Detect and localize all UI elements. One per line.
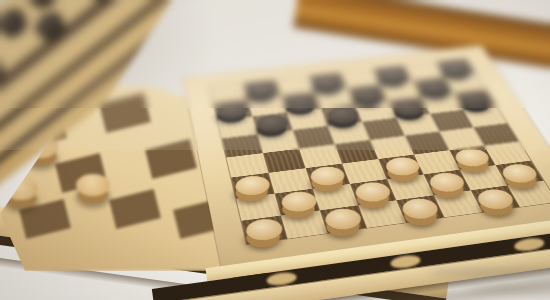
piece-glyph: ⛂	[426, 82, 442, 91]
dark-piece-a7[interactable]: ⛂	[216, 102, 250, 118]
light-piece-c1[interactable]: ⛀	[325, 209, 361, 230]
piece-glyph: ⛀	[243, 180, 263, 192]
light-piece-e3[interactable]: ⛀	[386, 157, 420, 175]
square-a1[interactable]: ⛀	[241, 216, 287, 245]
piece-glyph: ⛂	[292, 97, 309, 107]
piece-glyph: ⛀	[510, 168, 530, 180]
background-dark-piece	[23, 0, 59, 9]
dark-piece-g7[interactable]: ⛂	[419, 79, 450, 94]
scene: ⛂⛂⛂⛂⛂⛂⛂⛂⛂⛂⛂⛂⛀⛀⛀⛀⛀⛀⛀⛀⛀⛀⛀⛀	[0, 0, 550, 300]
light-piece-a3[interactable]: ⛀	[234, 176, 271, 195]
dark-piece-b6[interactable]: ⛂	[255, 115, 288, 131]
light-piece-a1[interactable]: ⛀	[245, 219, 284, 240]
light-piece-e1[interactable]: ⛀	[402, 199, 438, 219]
dark-piece-d6[interactable]: ⛂	[327, 107, 359, 123]
background-dark-piece	[0, 4, 28, 38]
piece-glyph: ⛀	[438, 176, 457, 188]
dark-piece-h6[interactable]: ⛂	[459, 92, 492, 107]
piece-glyph: ⛂	[263, 118, 281, 128]
dark-piece-f8[interactable]: ⛂	[377, 68, 407, 82]
dark-piece-b8[interactable]: ⛂	[246, 82, 278, 97]
piece-glyph: ⛀	[334, 213, 353, 226]
dark-piece-f6[interactable]: ⛂	[393, 100, 424, 116]
light-piece-d2[interactable]: ⛀	[356, 182, 391, 201]
light-piece-f2[interactable]: ⛀	[429, 173, 465, 192]
piece-glyph: ⛀	[289, 195, 308, 207]
dark-piece-e7[interactable]: ⛂	[352, 87, 382, 102]
cloth-fold	[428, 268, 550, 277]
piece-glyph: ⛀	[394, 161, 412, 172]
piece-glyph: ⛀	[254, 223, 274, 236]
dark-piece-d8[interactable]: ⛂	[312, 75, 342, 89]
piece-glyph: ⛀	[463, 152, 482, 163]
light-piece-b2[interactable]: ⛀	[281, 192, 317, 212]
piece-glyph: ⛂	[360, 90, 376, 99]
piece-glyph: ⛀	[411, 202, 430, 215]
piece-glyph: ⛂	[224, 105, 242, 115]
light-piece-g3[interactable]: ⛀	[455, 149, 490, 167]
piece-glyph: ⛂	[253, 85, 270, 94]
piece-glyph: ⛀	[318, 170, 336, 182]
piece-glyph: ⛂	[335, 110, 352, 120]
piece-glyph: ⛂	[466, 95, 483, 104]
light-piece-c3[interactable]: ⛀	[310, 167, 345, 186]
piece-glyph: ⛂	[320, 77, 336, 86]
piece-glyph: ⛀	[486, 193, 506, 205]
piece-glyph: ⛂	[384, 70, 400, 79]
piece-glyph: ⛂	[400, 102, 417, 112]
dark-piece-h8[interactable]: ⛂	[440, 61, 471, 75]
light-piece-h2[interactable]: ⛀	[501, 164, 538, 183]
light-piece-g1[interactable]: ⛀	[477, 189, 515, 209]
board-grid: ⛂⛂⛂⛂⛂⛂⛂⛂⛂⛂⛂⛂⛀⛀⛀⛀⛀⛀⛀⛀⛀⛀⛀⛀	[210, 58, 550, 244]
dark-piece-c7[interactable]: ⛂	[285, 94, 317, 109]
piece-glyph: ⛂	[447, 63, 463, 72]
piece-glyph: ⛀	[364, 186, 382, 198]
